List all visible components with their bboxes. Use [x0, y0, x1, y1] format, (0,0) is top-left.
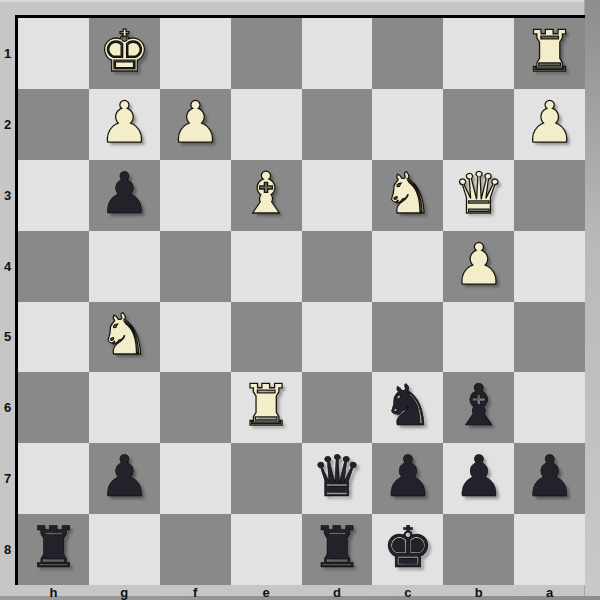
square-a1[interactable]: ♜	[514, 18, 585, 89]
square-f6[interactable]	[160, 372, 231, 443]
square-b4[interactable]: ♟	[443, 231, 514, 302]
square-f8[interactable]	[160, 514, 231, 585]
square-b1[interactable]	[443, 18, 514, 89]
square-e5[interactable]	[231, 302, 302, 373]
white-king-piece-g1: ♚	[99, 23, 150, 80]
file-label-b: b	[443, 585, 514, 600]
square-f5[interactable]	[160, 302, 231, 373]
square-g4[interactable]	[89, 231, 160, 302]
white-queen-piece-b3: ♛	[453, 165, 504, 222]
black-knight-piece-c6: ♞	[382, 377, 433, 434]
square-c1[interactable]	[372, 18, 443, 89]
rank-label-8: 8	[0, 514, 15, 585]
file-label-h: h	[18, 585, 89, 600]
square-c2[interactable]	[372, 89, 443, 160]
square-d3[interactable]	[302, 160, 373, 231]
black-pawn-piece-c7: ♟	[382, 448, 433, 505]
square-f2[interactable]: ♟	[160, 89, 231, 160]
square-g1[interactable]: ♚	[89, 18, 160, 89]
square-c8[interactable]: ♚	[372, 514, 443, 585]
square-c4[interactable]	[372, 231, 443, 302]
square-b2[interactable]	[443, 89, 514, 160]
file-label-e: e	[231, 585, 302, 600]
square-a2[interactable]: ♟	[514, 89, 585, 160]
square-a7[interactable]: ♟	[514, 443, 585, 514]
square-b3[interactable]: ♛	[443, 160, 514, 231]
square-h6[interactable]	[18, 372, 89, 443]
square-c7[interactable]: ♟	[372, 443, 443, 514]
rank-labels: 12345678	[0, 18, 15, 585]
rank-label-4: 4	[0, 231, 15, 302]
file-label-g: g	[89, 585, 160, 600]
square-f7[interactable]	[160, 443, 231, 514]
square-e6[interactable]: ♜	[231, 372, 302, 443]
rank-label-6: 6	[0, 372, 15, 443]
square-b6[interactable]: ♝	[443, 372, 514, 443]
white-bishop-piece-e3: ♝	[241, 165, 292, 222]
rank-label-7: 7	[0, 443, 15, 514]
square-e3[interactable]: ♝	[231, 160, 302, 231]
square-b5[interactable]	[443, 302, 514, 373]
square-d1[interactable]	[302, 18, 373, 89]
square-a4[interactable]	[514, 231, 585, 302]
file-label-a: a	[514, 585, 585, 600]
file-label-d: d	[302, 585, 373, 600]
square-b8[interactable]	[443, 514, 514, 585]
black-rook-piece-h8: ♜	[28, 519, 79, 576]
square-h1[interactable]	[18, 18, 89, 89]
white-rook-piece-e6: ♜	[241, 377, 292, 434]
file-label-f: f	[160, 585, 231, 600]
black-rook-piece-d8: ♜	[311, 519, 362, 576]
square-g7[interactable]: ♟	[89, 443, 160, 514]
square-e1[interactable]	[231, 18, 302, 89]
square-b7[interactable]: ♟	[443, 443, 514, 514]
square-c5[interactable]	[372, 302, 443, 373]
square-h5[interactable]	[18, 302, 89, 373]
black-pawn-piece-a7: ♟	[524, 448, 575, 505]
square-d2[interactable]	[302, 89, 373, 160]
square-f3[interactable]	[160, 160, 231, 231]
board: ♚♜♟♟♟♟♝♞♛♟♞♜♞♝♟♛♟♟♟♜♜♚	[18, 18, 585, 585]
square-f1[interactable]	[160, 18, 231, 89]
white-pawn-piece-a2: ♟	[524, 94, 575, 151]
file-label-c: c	[372, 585, 443, 600]
black-queen-piece-d7: ♛	[311, 448, 362, 505]
black-king-piece-c8: ♚	[382, 519, 433, 576]
square-g5[interactable]: ♞	[89, 302, 160, 373]
square-e8[interactable]	[231, 514, 302, 585]
square-a5[interactable]	[514, 302, 585, 373]
square-c6[interactable]: ♞	[372, 372, 443, 443]
rank-label-1: 1	[0, 18, 15, 89]
white-pawn-piece-b4: ♟	[453, 236, 504, 293]
square-a8[interactable]	[514, 514, 585, 585]
square-c3[interactable]: ♞	[372, 160, 443, 231]
square-d8[interactable]: ♜	[302, 514, 373, 585]
rank-label-2: 2	[0, 89, 15, 160]
white-rook-piece-a1: ♜	[524, 23, 575, 80]
white-knight-piece-g5: ♞	[99, 306, 150, 363]
square-a3[interactable]	[514, 160, 585, 231]
white-pawn-piece-f2: ♟	[170, 94, 221, 151]
frame-bevel-top	[0, 0, 600, 2]
square-h8[interactable]: ♜	[18, 514, 89, 585]
chess-diagram-frame: 12345678 ♚♜♟♟♟♟♝♞♛♟♞♜♞♝♟♛♟♟♟♜♜♚ hgfedcba	[0, 0, 600, 600]
square-d6[interactable]	[302, 372, 373, 443]
square-e7[interactable]	[231, 443, 302, 514]
square-e2[interactable]	[231, 89, 302, 160]
rank-label-3: 3	[0, 160, 15, 231]
black-bishop-piece-b6: ♝	[453, 377, 504, 434]
square-g8[interactable]	[89, 514, 160, 585]
white-pawn-piece-g2: ♟	[99, 94, 150, 151]
square-h7[interactable]	[18, 443, 89, 514]
rank-label-5: 5	[0, 302, 15, 373]
white-knight-piece-c3: ♞	[382, 165, 433, 222]
file-labels: hgfedcba	[18, 585, 585, 599]
black-pawn-piece-g3: ♟	[99, 165, 150, 222]
square-f4[interactable]	[160, 231, 231, 302]
square-g3[interactable]: ♟	[89, 160, 160, 231]
black-pawn-piece-b7: ♟	[453, 448, 504, 505]
square-d7[interactable]: ♛	[302, 443, 373, 514]
square-h4[interactable]	[18, 231, 89, 302]
black-pawn-piece-g7: ♟	[99, 448, 150, 505]
square-d4[interactable]	[302, 231, 373, 302]
square-h3[interactable]	[18, 160, 89, 231]
frame-bevel-right	[584, 0, 600, 600]
square-g2[interactable]: ♟	[89, 89, 160, 160]
board-border: ♚♜♟♟♟♟♝♞♛♟♞♜♞♝♟♛♟♟♟♜♜♚	[15, 15, 585, 585]
square-g6[interactable]	[89, 372, 160, 443]
square-h2[interactable]	[18, 89, 89, 160]
square-e4[interactable]	[231, 231, 302, 302]
square-a6[interactable]	[514, 372, 585, 443]
square-d5[interactable]	[302, 302, 373, 373]
